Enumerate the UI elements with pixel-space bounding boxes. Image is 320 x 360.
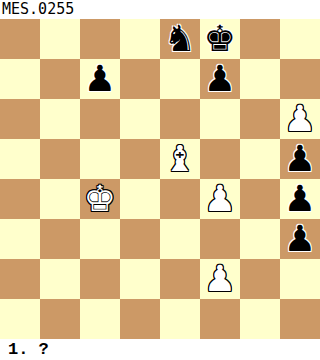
square-f2[interactable]: ♟ (200, 259, 240, 299)
square-c6[interactable] (80, 99, 120, 139)
piece-black-knight-e8[interactable]: ♞ (160, 19, 200, 59)
square-g1[interactable] (240, 299, 280, 339)
square-f1[interactable] (200, 299, 240, 339)
square-e4[interactable] (160, 179, 200, 219)
square-h8[interactable] (280, 19, 320, 59)
square-c4[interactable]: ♚ (80, 179, 120, 219)
square-b5[interactable] (40, 139, 80, 179)
square-b2[interactable] (40, 259, 80, 299)
piece-black-pawn-h4[interactable]: ♟ (280, 179, 320, 219)
puzzle-id: MES.0255 (0, 0, 320, 19)
square-b4[interactable] (40, 179, 80, 219)
square-f4[interactable]: ♟ (200, 179, 240, 219)
square-c3[interactable] (80, 219, 120, 259)
square-f3[interactable] (200, 219, 240, 259)
square-h1[interactable] (280, 299, 320, 339)
chess-board: ♞♚♟♟♟♝♟♚♟♟♟♟ (0, 19, 320, 339)
piece-white-pawn-h6[interactable]: ♟ (280, 99, 320, 139)
square-a6[interactable] (0, 99, 40, 139)
square-a7[interactable] (0, 59, 40, 99)
square-f7[interactable]: ♟ (200, 59, 240, 99)
square-g4[interactable] (240, 179, 280, 219)
square-a8[interactable] (0, 19, 40, 59)
square-b6[interactable] (40, 99, 80, 139)
square-f5[interactable] (200, 139, 240, 179)
piece-black-pawn-h3[interactable]: ♟ (280, 219, 320, 259)
square-d6[interactable] (120, 99, 160, 139)
move-prompt: 1. ? (0, 339, 320, 360)
square-d2[interactable] (120, 259, 160, 299)
square-a1[interactable] (0, 299, 40, 339)
square-h5[interactable]: ♟ (280, 139, 320, 179)
square-c2[interactable] (80, 259, 120, 299)
square-g8[interactable] (240, 19, 280, 59)
square-h6[interactable]: ♟ (280, 99, 320, 139)
square-d1[interactable] (120, 299, 160, 339)
square-b1[interactable] (40, 299, 80, 339)
square-e1[interactable] (160, 299, 200, 339)
square-e2[interactable] (160, 259, 200, 299)
square-h7[interactable] (280, 59, 320, 99)
piece-white-king-c4[interactable]: ♚ (80, 179, 120, 219)
square-d5[interactable] (120, 139, 160, 179)
square-a3[interactable] (0, 219, 40, 259)
square-g3[interactable] (240, 219, 280, 259)
square-g5[interactable] (240, 139, 280, 179)
square-c7[interactable]: ♟ (80, 59, 120, 99)
piece-black-pawn-f7[interactable]: ♟ (200, 59, 240, 99)
piece-black-king-f8[interactable]: ♚ (200, 19, 240, 59)
square-b3[interactable] (40, 219, 80, 259)
square-g7[interactable] (240, 59, 280, 99)
square-e3[interactable] (160, 219, 200, 259)
square-d4[interactable] (120, 179, 160, 219)
square-h3[interactable]: ♟ (280, 219, 320, 259)
piece-black-pawn-h5[interactable]: ♟ (280, 139, 320, 179)
square-b7[interactable] (40, 59, 80, 99)
piece-white-bishop-e5[interactable]: ♝ (160, 139, 200, 179)
square-c1[interactable] (80, 299, 120, 339)
square-c8[interactable] (80, 19, 120, 59)
piece-white-pawn-f2[interactable]: ♟ (200, 259, 240, 299)
square-e6[interactable] (160, 99, 200, 139)
square-a4[interactable] (0, 179, 40, 219)
square-d7[interactable] (120, 59, 160, 99)
square-e7[interactable] (160, 59, 200, 99)
square-f8[interactable]: ♚ (200, 19, 240, 59)
square-g6[interactable] (240, 99, 280, 139)
piece-white-pawn-f4[interactable]: ♟ (200, 179, 240, 219)
square-h2[interactable] (280, 259, 320, 299)
square-e5[interactable]: ♝ (160, 139, 200, 179)
square-a2[interactable] (0, 259, 40, 299)
square-d8[interactable] (120, 19, 160, 59)
square-c5[interactable] (80, 139, 120, 179)
square-f6[interactable] (200, 99, 240, 139)
square-b8[interactable] (40, 19, 80, 59)
square-e8[interactable]: ♞ (160, 19, 200, 59)
square-d3[interactable] (120, 219, 160, 259)
square-h4[interactable]: ♟ (280, 179, 320, 219)
piece-black-pawn-c7[interactable]: ♟ (80, 59, 120, 99)
square-g2[interactable] (240, 259, 280, 299)
square-a5[interactable] (0, 139, 40, 179)
